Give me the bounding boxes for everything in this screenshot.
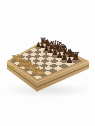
chess-set-product-photo: ♜♞♝♛♚♝♞♜♟♟♟♟♟♟♟♟♟♟♟♟♟♟♟♟♜♞♝♛♚♝♞♜ [0, 0, 95, 126]
brass-latch-icon [10, 67, 13, 70]
